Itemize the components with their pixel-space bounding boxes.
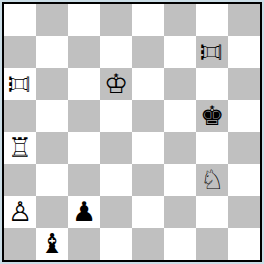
square-g1[interactable]: [196, 228, 228, 260]
square-a1[interactable]: [4, 228, 36, 260]
black-king-g5: ♚: [200, 100, 224, 132]
square-f5[interactable]: [164, 100, 196, 132]
chess-board: ♖♖♔♚♖♘♙♟♝: [4, 4, 260, 260]
square-e3[interactable]: [132, 164, 164, 196]
square-h4[interactable]: [228, 132, 260, 164]
square-h6[interactable]: [228, 68, 260, 100]
black-pawn-c2: ♟: [72, 196, 96, 228]
square-a5[interactable]: [4, 100, 36, 132]
square-b3[interactable]: [36, 164, 68, 196]
square-d5[interactable]: [100, 100, 132, 132]
square-e1[interactable]: [132, 228, 164, 260]
chess-diagram: ♖♖♔♚♖♘♙♟♝: [0, 0, 264, 264]
square-c1[interactable]: [68, 228, 100, 260]
square-d6[interactable]: ♔: [100, 68, 132, 100]
square-g5[interactable]: ♚: [196, 100, 228, 132]
square-a6[interactable]: ♖: [4, 68, 36, 100]
square-b5[interactable]: [36, 100, 68, 132]
square-a4[interactable]: ♖: [4, 132, 36, 164]
square-c8[interactable]: [68, 4, 100, 36]
square-h8[interactable]: [228, 4, 260, 36]
square-e4[interactable]: [132, 132, 164, 164]
square-f7[interactable]: [164, 36, 196, 68]
square-d8[interactable]: [100, 4, 132, 36]
square-b7[interactable]: [36, 36, 68, 68]
square-c4[interactable]: [68, 132, 100, 164]
square-e7[interactable]: [132, 36, 164, 68]
square-e2[interactable]: [132, 196, 164, 228]
square-a2[interactable]: ♙: [4, 196, 36, 228]
square-h7[interactable]: [228, 36, 260, 68]
square-d1[interactable]: [100, 228, 132, 260]
square-f1[interactable]: [164, 228, 196, 260]
white-king-d6: ♔: [104, 68, 128, 100]
square-g7[interactable]: ♖: [196, 36, 228, 68]
square-b6[interactable]: [36, 68, 68, 100]
square-b8[interactable]: [36, 4, 68, 36]
square-c7[interactable]: [68, 36, 100, 68]
square-g3[interactable]: ♘: [196, 164, 228, 196]
square-d2[interactable]: [100, 196, 132, 228]
square-c5[interactable]: [68, 100, 100, 132]
square-b2[interactable]: [36, 196, 68, 228]
black-bishop-b1: ♝: [40, 228, 64, 260]
square-h2[interactable]: [228, 196, 260, 228]
square-h5[interactable]: [228, 100, 260, 132]
square-a7[interactable]: [4, 36, 36, 68]
square-g6[interactable]: [196, 68, 228, 100]
board-frame: ♖♖♔♚♖♘♙♟♝: [2, 2, 262, 262]
square-c2[interactable]: ♟: [68, 196, 100, 228]
white-knight-g3: ♘: [200, 164, 224, 196]
square-h1[interactable]: [228, 228, 260, 260]
square-b4[interactable]: [36, 132, 68, 164]
square-e8[interactable]: [132, 4, 164, 36]
square-c3[interactable]: [68, 164, 100, 196]
square-c6[interactable]: [68, 68, 100, 100]
square-f2[interactable]: [164, 196, 196, 228]
white-rook-rotated-g7: ♖: [196, 40, 228, 64]
square-a3[interactable]: [4, 164, 36, 196]
square-d3[interactable]: [100, 164, 132, 196]
white-rook-rotated-a6: ♖: [4, 72, 36, 96]
square-f3[interactable]: [164, 164, 196, 196]
square-g4[interactable]: [196, 132, 228, 164]
square-f4[interactable]: [164, 132, 196, 164]
square-f6[interactable]: [164, 68, 196, 100]
white-rook-a4: ♖: [8, 132, 32, 164]
square-d7[interactable]: [100, 36, 132, 68]
square-b1[interactable]: ♝: [36, 228, 68, 260]
square-e5[interactable]: [132, 100, 164, 132]
square-d4[interactable]: [100, 132, 132, 164]
square-f8[interactable]: [164, 4, 196, 36]
square-a8[interactable]: [4, 4, 36, 36]
white-pawn-a2: ♙: [8, 196, 32, 228]
square-g8[interactable]: [196, 4, 228, 36]
square-h3[interactable]: [228, 164, 260, 196]
square-g2[interactable]: [196, 196, 228, 228]
square-e6[interactable]: [132, 68, 164, 100]
